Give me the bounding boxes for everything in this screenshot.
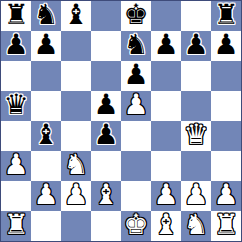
square-e6[interactable]: ♟ (121, 61, 151, 91)
square-d7[interactable] (91, 31, 121, 61)
square-e7[interactable]: ♞ (121, 31, 151, 61)
square-h6[interactable] (211, 61, 241, 91)
square-c2[interactable]: ♟ (61, 181, 91, 211)
square-f7[interactable]: ♟ (151, 31, 181, 61)
square-b4[interactable]: ♝ (31, 121, 61, 151)
square-a4[interactable] (1, 121, 31, 151)
piece-black-rook[interactable]: ♜ (3, 1, 28, 29)
square-e2[interactable] (121, 181, 151, 211)
square-g8[interactable] (181, 1, 211, 31)
square-a1[interactable]: ♜ (1, 211, 31, 241)
piece-black-knight[interactable]: ♞ (33, 1, 58, 29)
square-h1[interactable]: ♜ (211, 211, 241, 241)
piece-white-knight[interactable]: ♞ (183, 211, 208, 239)
square-a2[interactable] (1, 181, 31, 211)
piece-white-bishop[interactable]: ♝ (153, 211, 178, 239)
square-c5[interactable] (61, 91, 91, 121)
square-e4[interactable] (121, 121, 151, 151)
square-a5[interactable]: ♛ (1, 91, 31, 121)
square-a6[interactable] (1, 61, 31, 91)
piece-white-pawn[interactable]: ♟ (63, 181, 88, 209)
square-e1[interactable]: ♚ (121, 211, 151, 241)
square-d4[interactable]: ♟ (91, 121, 121, 151)
square-h2[interactable]: ♟ (211, 181, 241, 211)
piece-black-pawn[interactable]: ♟ (93, 121, 118, 149)
square-c7[interactable] (61, 31, 91, 61)
square-c8[interactable]: ♝ (61, 1, 91, 31)
chess-board: ♜♞♝♚♜♟♟♞♟♟♟♟♛♟♟♝♟♛♟♞♟♟♝♟♟♟♜♚♝♞♜ (0, 0, 242, 242)
square-c3[interactable]: ♞ (61, 151, 91, 181)
piece-white-queen[interactable]: ♛ (183, 121, 208, 149)
square-f3[interactable] (151, 151, 181, 181)
piece-white-knight[interactable]: ♞ (63, 151, 88, 179)
square-h7[interactable]: ♟ (211, 31, 241, 61)
piece-white-pawn[interactable]: ♟ (33, 181, 58, 209)
square-g5[interactable] (181, 91, 211, 121)
square-h4[interactable] (211, 121, 241, 151)
square-b6[interactable] (31, 61, 61, 91)
piece-black-queen[interactable]: ♛ (3, 91, 28, 119)
square-b5[interactable] (31, 91, 61, 121)
square-c6[interactable] (61, 61, 91, 91)
piece-black-knight[interactable]: ♞ (123, 31, 148, 59)
square-d8[interactable] (91, 1, 121, 31)
piece-white-pawn[interactable]: ♟ (123, 91, 148, 119)
square-g6[interactable] (181, 61, 211, 91)
square-h5[interactable] (211, 91, 241, 121)
square-b1[interactable] (31, 211, 61, 241)
piece-white-pawn[interactable]: ♟ (153, 181, 178, 209)
square-g1[interactable]: ♞ (181, 211, 211, 241)
piece-white-pawn[interactable]: ♟ (183, 181, 208, 209)
piece-white-pawn[interactable]: ♟ (213, 181, 238, 209)
piece-black-pawn[interactable]: ♟ (123, 61, 148, 89)
square-h8[interactable]: ♜ (211, 1, 241, 31)
square-b8[interactable]: ♞ (31, 1, 61, 31)
piece-black-pawn[interactable]: ♟ (183, 31, 208, 59)
square-g2[interactable]: ♟ (181, 181, 211, 211)
square-f8[interactable] (151, 1, 181, 31)
square-a8[interactable]: ♜ (1, 1, 31, 31)
piece-black-pawn[interactable]: ♟ (3, 31, 28, 59)
square-d1[interactable] (91, 211, 121, 241)
piece-black-bishop[interactable]: ♝ (63, 1, 88, 29)
square-d6[interactable] (91, 61, 121, 91)
square-d2[interactable]: ♝ (91, 181, 121, 211)
piece-white-king[interactable]: ♚ (123, 211, 148, 239)
square-d5[interactable]: ♟ (91, 91, 121, 121)
square-f6[interactable] (151, 61, 181, 91)
square-f2[interactable]: ♟ (151, 181, 181, 211)
piece-black-pawn[interactable]: ♟ (93, 91, 118, 119)
square-b3[interactable] (31, 151, 61, 181)
square-b2[interactable]: ♟ (31, 181, 61, 211)
square-b7[interactable]: ♟ (31, 31, 61, 61)
piece-black-pawn[interactable]: ♟ (213, 31, 238, 59)
square-h3[interactable] (211, 151, 241, 181)
square-c1[interactable] (61, 211, 91, 241)
piece-black-pawn[interactable]: ♟ (33, 31, 58, 59)
square-f4[interactable] (151, 121, 181, 151)
piece-black-pawn[interactable]: ♟ (153, 31, 178, 59)
square-g7[interactable]: ♟ (181, 31, 211, 61)
piece-black-king[interactable]: ♚ (123, 1, 148, 29)
square-g4[interactable]: ♛ (181, 121, 211, 151)
square-e5[interactable]: ♟ (121, 91, 151, 121)
square-e8[interactable]: ♚ (121, 1, 151, 31)
piece-white-rook[interactable]: ♜ (213, 211, 238, 239)
square-a3[interactable]: ♟ (1, 151, 31, 181)
square-c4[interactable] (61, 121, 91, 151)
piece-black-rook[interactable]: ♜ (213, 1, 238, 29)
piece-black-bishop[interactable]: ♝ (33, 121, 58, 149)
square-g3[interactable] (181, 151, 211, 181)
square-d3[interactable] (91, 151, 121, 181)
square-f5[interactable] (151, 91, 181, 121)
piece-white-rook[interactable]: ♜ (3, 211, 28, 239)
piece-white-pawn[interactable]: ♟ (3, 151, 28, 179)
piece-white-bishop[interactable]: ♝ (93, 181, 118, 209)
square-e3[interactable] (121, 151, 151, 181)
square-a7[interactable]: ♟ (1, 31, 31, 61)
square-f1[interactable]: ♝ (151, 211, 181, 241)
